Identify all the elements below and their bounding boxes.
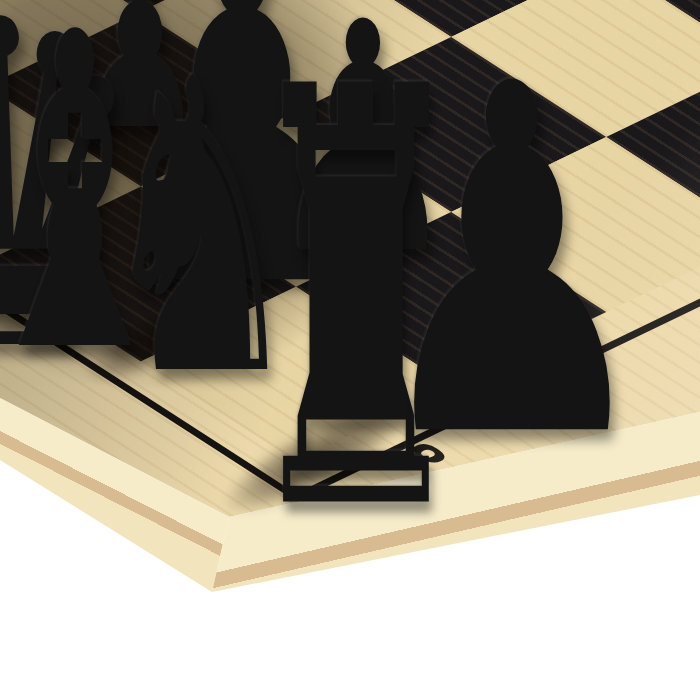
chess-board-photo: 8 7 ♟♟♟♛♝♞♜♟ <box>0 0 700 700</box>
rank-label-7: 7 <box>517 347 638 416</box>
board-top-surface: 8 7 <box>0 0 700 700</box>
board-plane: 8 7 <box>0 0 700 700</box>
